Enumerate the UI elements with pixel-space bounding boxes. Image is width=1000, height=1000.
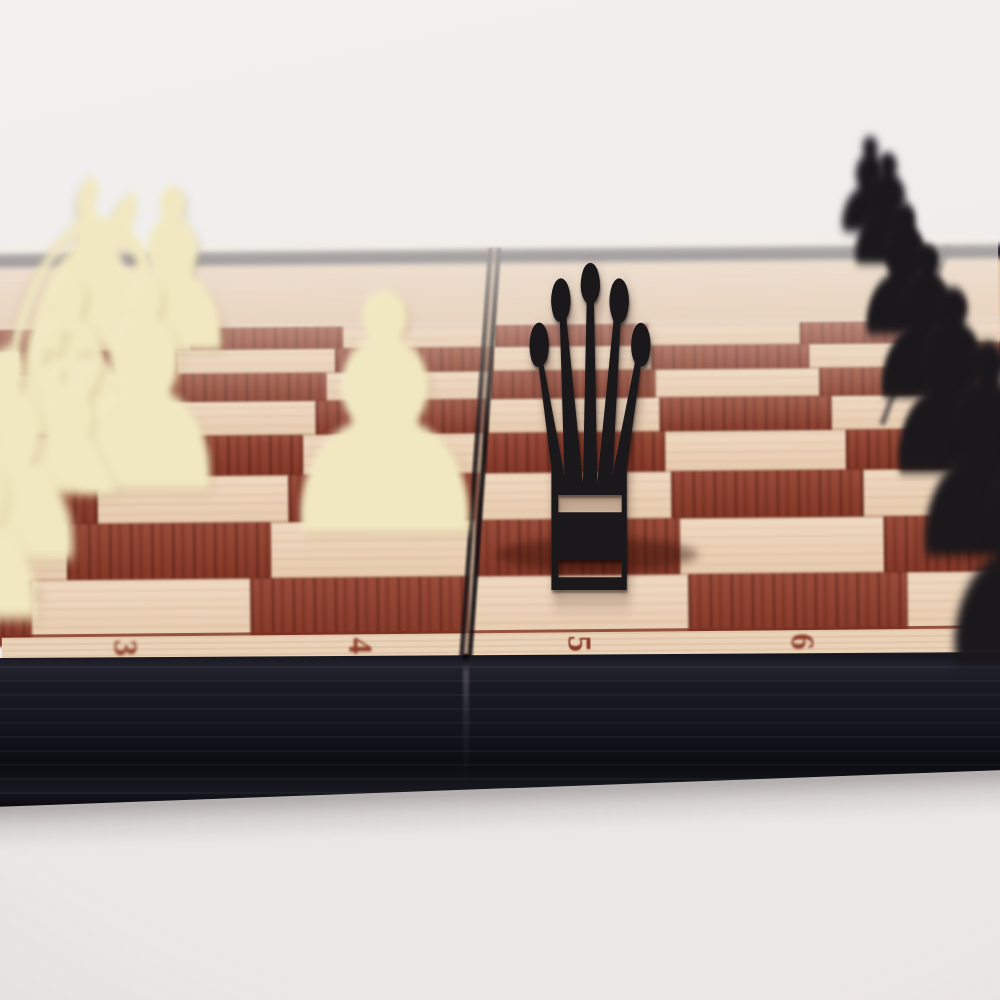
black-pawn: ♟ <box>907 383 1000 713</box>
case-halves-seam <box>463 654 469 792</box>
chess-set-photo: 3456 ♞♟♟♝♟♟♟♟♟♟♟♟♟♟♛ <box>0 0 1000 1000</box>
board-square <box>679 516 884 574</box>
board-square <box>672 470 864 519</box>
board-square <box>660 396 832 432</box>
white-pawn: ♟ <box>0 382 81 662</box>
white-pawn: ♟ <box>245 253 526 583</box>
board-square <box>665 430 846 472</box>
black-queen-in-focus: ♛ <box>500 211 679 659</box>
